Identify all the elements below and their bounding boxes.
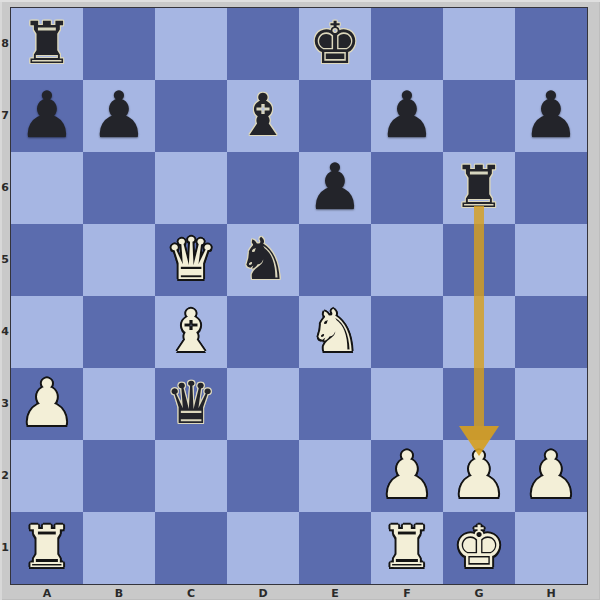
rank-label-3: 3	[0, 397, 10, 410]
square-d3[interactable]	[227, 368, 299, 440]
square-f8[interactable]	[371, 8, 443, 80]
rank-label-1: 1	[0, 541, 10, 554]
square-g6[interactable]: ♜	[443, 152, 515, 224]
square-b6[interactable]	[83, 152, 155, 224]
square-d2[interactable]	[227, 440, 299, 512]
square-d4[interactable]	[227, 296, 299, 368]
square-b4[interactable]	[83, 296, 155, 368]
square-e4[interactable]: ♞	[299, 296, 371, 368]
file-label-b: B	[83, 588, 155, 600]
square-e7[interactable]	[299, 80, 371, 152]
piece-white-knight[interactable]: ♞	[299, 296, 371, 368]
square-b3[interactable]	[83, 368, 155, 440]
square-a2[interactable]	[11, 440, 83, 512]
rank-label-2: 2	[0, 469, 10, 482]
piece-black-king[interactable]: ♚	[299, 8, 371, 80]
square-e2[interactable]	[299, 440, 371, 512]
square-h8[interactable]	[515, 8, 587, 80]
square-b7[interactable]: ♟	[83, 80, 155, 152]
square-c6[interactable]	[155, 152, 227, 224]
square-e6[interactable]: ♟	[299, 152, 371, 224]
chessboard-frame: ♜♚♟♟♝♟♟♟♜♛♞♝♞♟♛♟♟♟♜♜♚ 87654321 ABCDEFGH	[0, 0, 600, 600]
file-label-a: A	[11, 588, 83, 600]
square-f2[interactable]: ♟	[371, 440, 443, 512]
square-d6[interactable]	[227, 152, 299, 224]
square-g5[interactable]	[443, 224, 515, 296]
rank-label-8: 8	[0, 37, 10, 50]
square-d7[interactable]: ♝	[227, 80, 299, 152]
square-f1[interactable]: ♜	[371, 512, 443, 584]
square-c5[interactable]: ♛	[155, 224, 227, 296]
square-a5[interactable]	[11, 224, 83, 296]
square-h4[interactable]	[515, 296, 587, 368]
piece-black-bishop[interactable]: ♝	[227, 80, 299, 152]
piece-white-pawn[interactable]: ♟	[515, 440, 587, 512]
square-d1[interactable]	[227, 512, 299, 584]
piece-black-pawn[interactable]: ♟	[371, 80, 443, 152]
piece-black-pawn[interactable]: ♟	[83, 80, 155, 152]
file-label-e: E	[299, 588, 371, 600]
square-b1[interactable]	[83, 512, 155, 584]
piece-black-rook[interactable]: ♜	[443, 152, 515, 224]
square-h7[interactable]: ♟	[515, 80, 587, 152]
piece-black-pawn[interactable]: ♟	[11, 80, 83, 152]
piece-white-rook[interactable]: ♜	[371, 512, 443, 584]
square-c4[interactable]: ♝	[155, 296, 227, 368]
square-h6[interactable]	[515, 152, 587, 224]
square-e1[interactable]	[299, 512, 371, 584]
piece-white-queen[interactable]: ♛	[155, 224, 227, 296]
square-c7[interactable]	[155, 80, 227, 152]
square-h1[interactable]	[515, 512, 587, 584]
square-c1[interactable]	[155, 512, 227, 584]
file-label-f: F	[371, 588, 443, 600]
square-f4[interactable]	[371, 296, 443, 368]
piece-white-pawn[interactable]: ♟	[11, 368, 83, 440]
square-g7[interactable]	[443, 80, 515, 152]
piece-black-rook[interactable]: ♜	[11, 8, 83, 80]
piece-black-pawn[interactable]: ♟	[515, 80, 587, 152]
square-f6[interactable]	[371, 152, 443, 224]
square-d8[interactable]	[227, 8, 299, 80]
piece-white-pawn[interactable]: ♟	[371, 440, 443, 512]
rank-label-4: 4	[0, 325, 10, 338]
square-f7[interactable]: ♟	[371, 80, 443, 152]
chess-board[interactable]: ♜♚♟♟♝♟♟♟♜♛♞♝♞♟♛♟♟♟♜♜♚	[10, 7, 588, 585]
square-e3[interactable]	[299, 368, 371, 440]
rank-label-7: 7	[0, 109, 10, 122]
piece-black-queen[interactable]: ♛	[155, 368, 227, 440]
square-e8[interactable]: ♚	[299, 8, 371, 80]
square-e5[interactable]	[299, 224, 371, 296]
square-a3[interactable]: ♟	[11, 368, 83, 440]
square-g1[interactable]: ♚	[443, 512, 515, 584]
square-h5[interactable]	[515, 224, 587, 296]
rank-label-6: 6	[0, 181, 10, 194]
square-a4[interactable]	[11, 296, 83, 368]
file-label-g: G	[443, 588, 515, 600]
square-a7[interactable]: ♟	[11, 80, 83, 152]
file-label-d: D	[227, 588, 299, 600]
square-f3[interactable]	[371, 368, 443, 440]
square-h2[interactable]: ♟	[515, 440, 587, 512]
square-g3[interactable]	[443, 368, 515, 440]
piece-black-knight[interactable]: ♞	[227, 224, 299, 296]
square-d5[interactable]: ♞	[227, 224, 299, 296]
square-a1[interactable]: ♜	[11, 512, 83, 584]
piece-black-pawn[interactable]: ♟	[299, 152, 371, 224]
square-g4[interactable]	[443, 296, 515, 368]
square-b2[interactable]	[83, 440, 155, 512]
square-a6[interactable]	[11, 152, 83, 224]
square-b8[interactable]	[83, 8, 155, 80]
square-a8[interactable]: ♜	[11, 8, 83, 80]
square-f5[interactable]	[371, 224, 443, 296]
square-c2[interactable]	[155, 440, 227, 512]
piece-white-rook[interactable]: ♜	[11, 512, 83, 584]
square-g8[interactable]	[443, 8, 515, 80]
piece-white-pawn[interactable]: ♟	[443, 440, 515, 512]
piece-white-king[interactable]: ♚	[443, 512, 515, 584]
square-g2[interactable]: ♟	[443, 440, 515, 512]
square-c3[interactable]: ♛	[155, 368, 227, 440]
square-b5[interactable]	[83, 224, 155, 296]
rank-label-5: 5	[0, 253, 10, 266]
piece-white-bishop[interactable]: ♝	[155, 296, 227, 368]
square-c8[interactable]	[155, 8, 227, 80]
square-h3[interactable]	[515, 368, 587, 440]
file-label-c: C	[155, 588, 227, 600]
file-label-h: H	[515, 588, 587, 600]
